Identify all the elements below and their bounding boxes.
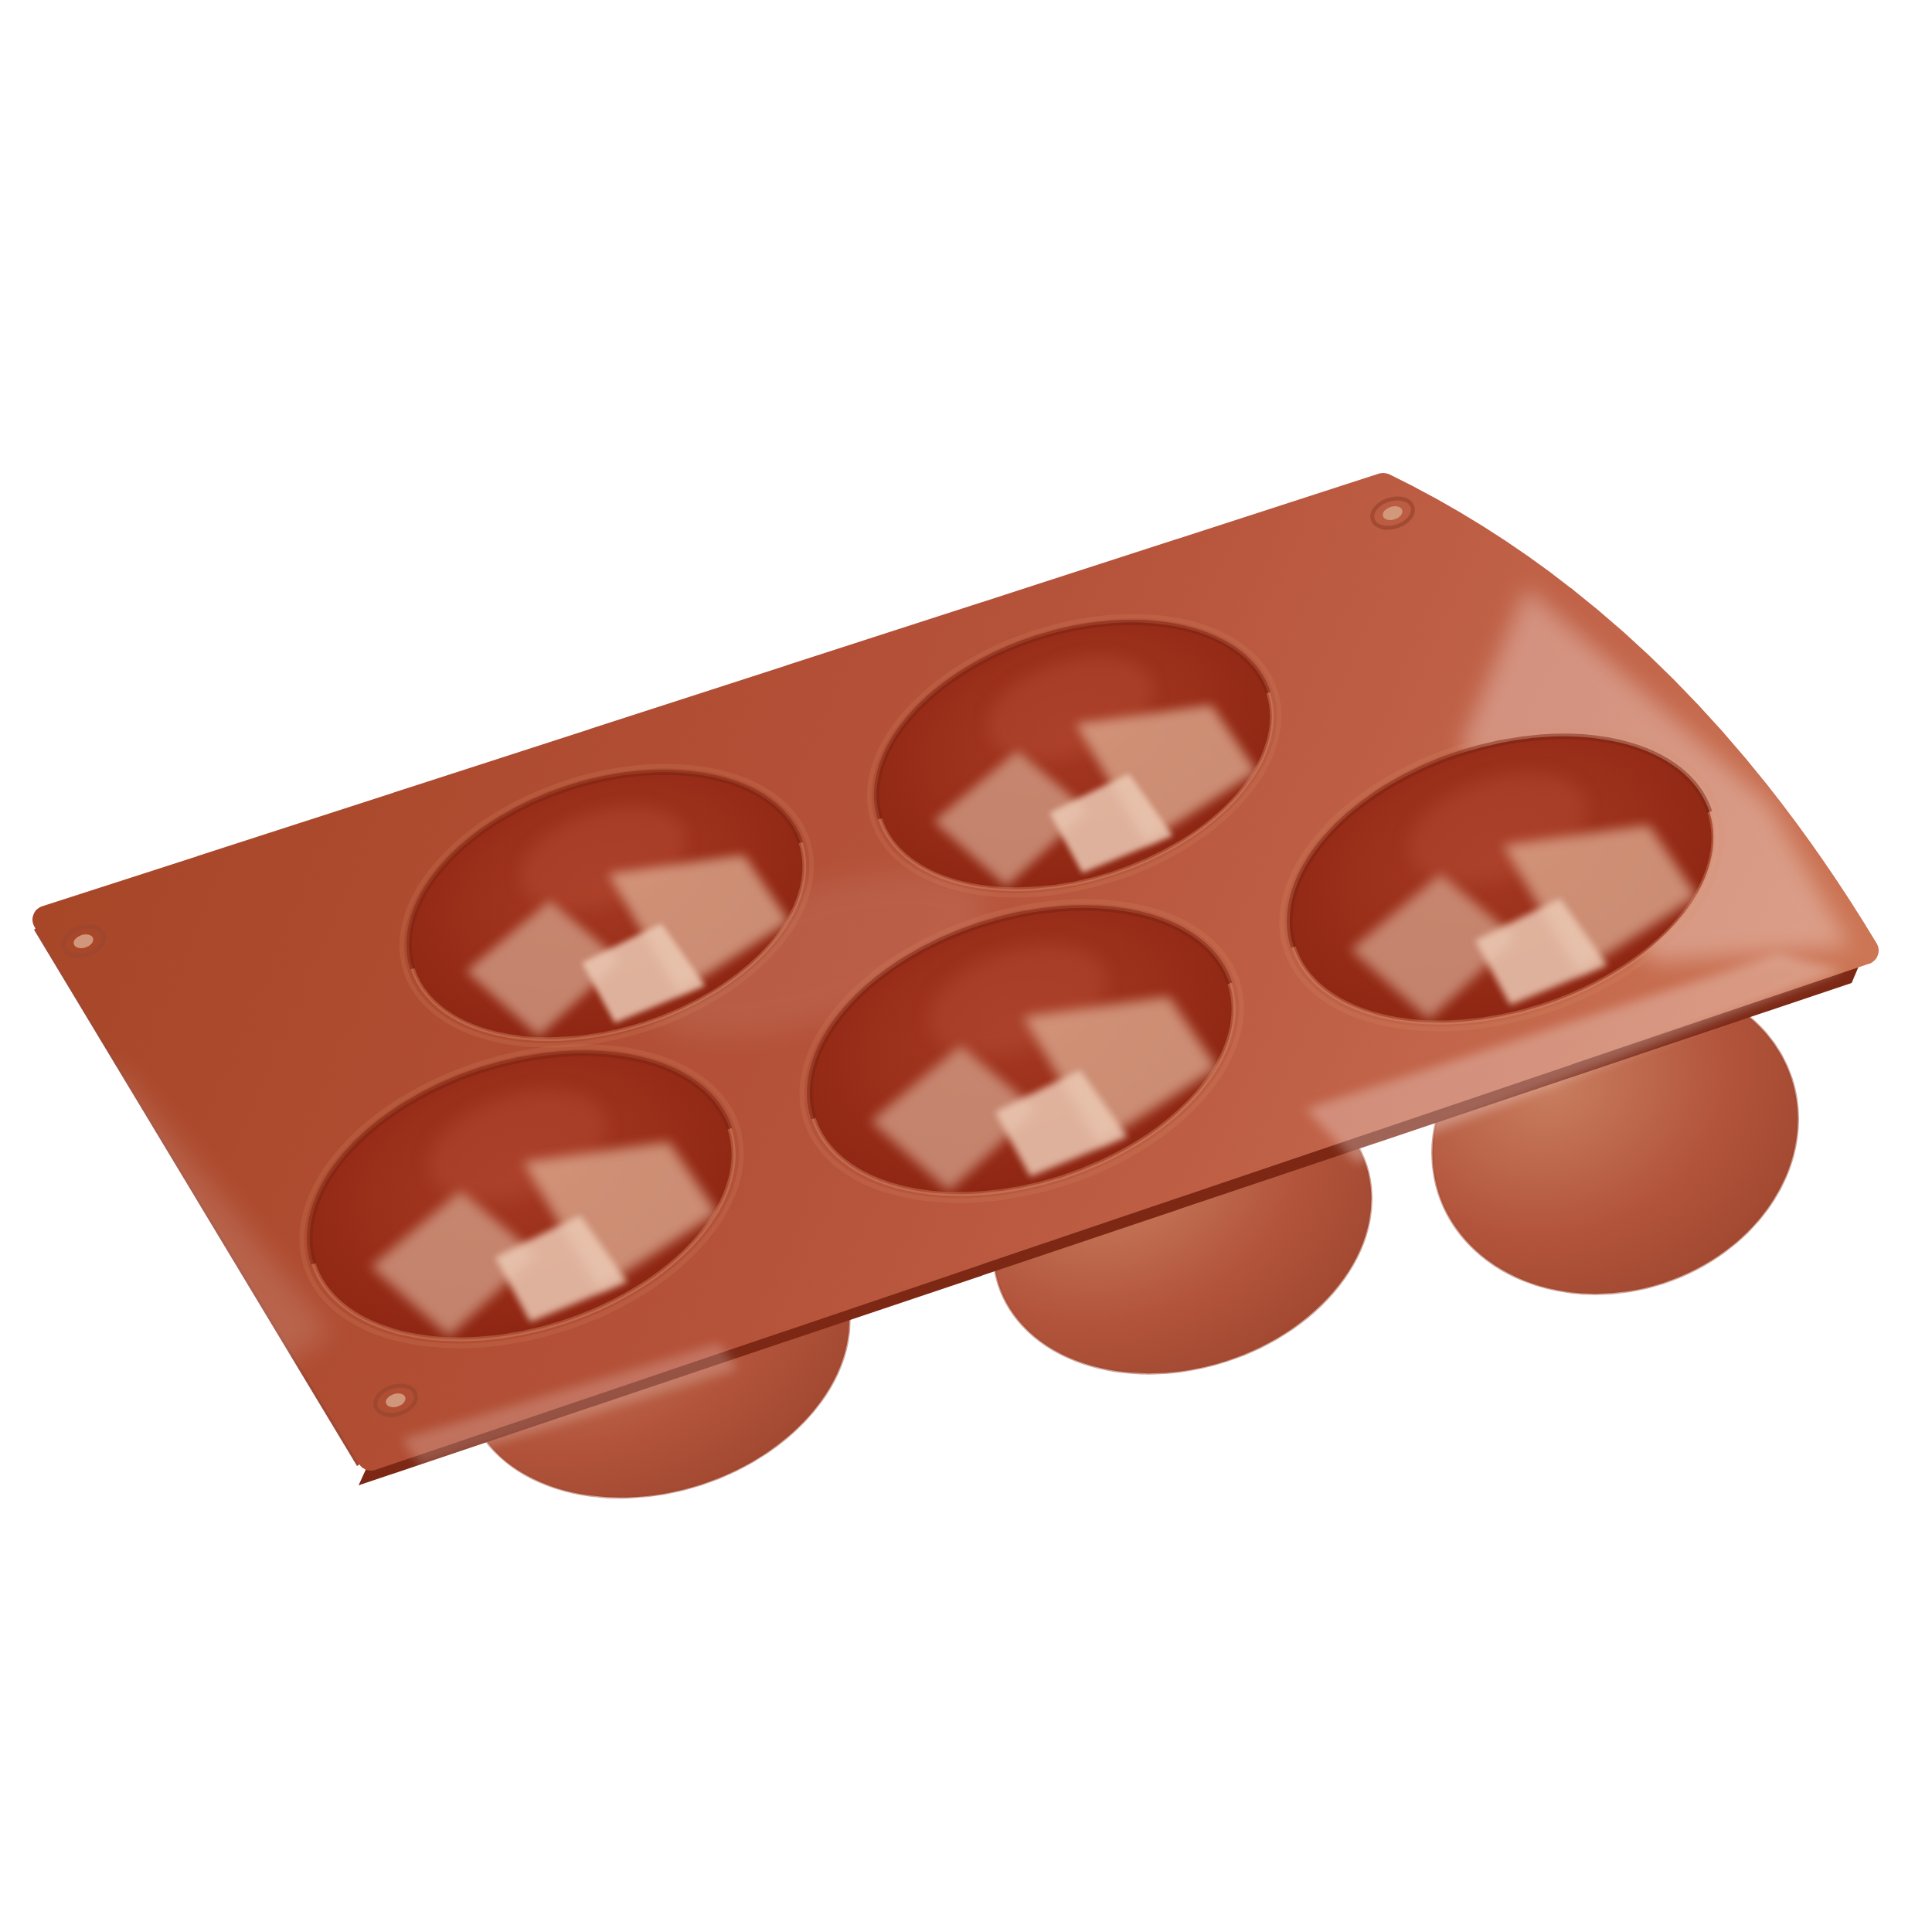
mould-photo-canvas bbox=[0, 0, 1932, 1932]
product-photo: Terracotta-coloured silicone baking moul… bbox=[0, 0, 1932, 1932]
